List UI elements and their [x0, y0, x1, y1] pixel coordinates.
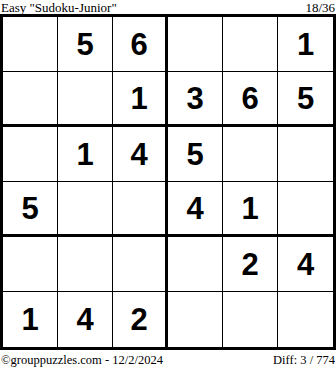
- puzzle-title: Easy "Sudoku-Junior": [1, 1, 117, 14]
- cell-r6c5[interactable]: [223, 292, 278, 347]
- cell-r4c6[interactable]: [278, 182, 333, 237]
- cell-r3c5[interactable]: [223, 127, 278, 182]
- given-digit: 1: [76, 139, 93, 170]
- given-digit: 6: [241, 83, 258, 114]
- footer: ©grouppuzzles.com - 12/2/2024 Diff: 3 / …: [0, 350, 336, 370]
- given-digit: 4: [297, 249, 314, 280]
- given-digit: 4: [130, 139, 147, 170]
- cell-r6c4[interactable]: [168, 292, 223, 347]
- given-digit: 5: [297, 83, 314, 114]
- cell-r3c3[interactable]: 4: [113, 127, 168, 182]
- given-digit: 6: [130, 29, 147, 60]
- given-digit: 1: [130, 83, 147, 114]
- cell-r3c6[interactable]: [278, 127, 333, 182]
- cell-r2c6[interactable]: 5: [278, 72, 333, 127]
- copyright-text: ©grouppuzzles.com - 12/2/2024: [1, 354, 163, 367]
- cell-r3c4[interactable]: 5: [168, 127, 223, 182]
- sudoku-board: 561136514554124142: [0, 14, 336, 350]
- cell-r1c1[interactable]: [3, 17, 58, 72]
- cell-r2c2[interactable]: [58, 72, 113, 127]
- cell-r3c1[interactable]: [3, 127, 58, 182]
- cell-r5c3[interactable]: [113, 237, 168, 292]
- cell-r1c3[interactable]: 6: [113, 17, 168, 72]
- cell-r6c2[interactable]: 4: [58, 292, 113, 347]
- given-digit: 2: [130, 304, 147, 335]
- cell-r2c5[interactable]: 6: [223, 72, 278, 127]
- cell-r2c4[interactable]: 3: [168, 72, 223, 127]
- cell-r1c6[interactable]: 1: [278, 17, 333, 72]
- given-digit: 5: [21, 193, 38, 224]
- header: Easy "Sudoku-Junior" 18/36: [0, 0, 336, 14]
- given-digit: 2: [241, 249, 258, 280]
- given-digit: 1: [297, 29, 314, 60]
- cell-r1c2[interactable]: 5: [58, 17, 113, 72]
- cell-r5c2[interactable]: [58, 237, 113, 292]
- cell-r5c6[interactable]: 4: [278, 237, 333, 292]
- given-digit: 4: [186, 193, 203, 224]
- cell-r5c4[interactable]: [168, 237, 223, 292]
- difficulty-text: Diff: 3 / 774: [273, 354, 335, 367]
- cell-r6c1[interactable]: 1: [3, 292, 58, 347]
- given-digit: 4: [76, 304, 93, 335]
- cell-r5c5[interactable]: 2: [223, 237, 278, 292]
- cell-r6c6[interactable]: [278, 292, 333, 347]
- given-digit: 5: [76, 29, 93, 60]
- givens-counter: 18/36: [305, 1, 335, 14]
- cell-r1c5[interactable]: [223, 17, 278, 72]
- puzzle-page: Easy "Sudoku-Junior" 18/36 5611365145541…: [0, 0, 336, 370]
- cell-r5c1[interactable]: [3, 237, 58, 292]
- cell-r1c4[interactable]: [168, 17, 223, 72]
- cell-r4c5[interactable]: 1: [223, 182, 278, 237]
- cell-r4c2[interactable]: [58, 182, 113, 237]
- cell-r6c3[interactable]: 2: [113, 292, 168, 347]
- given-digit: 5: [186, 139, 203, 170]
- cell-r2c1[interactable]: [3, 72, 58, 127]
- cell-r2c3[interactable]: 1: [113, 72, 168, 127]
- given-digit: 3: [186, 83, 203, 114]
- given-digit: 1: [241, 193, 258, 224]
- cell-r3c2[interactable]: 1: [58, 127, 113, 182]
- cell-r4c4[interactable]: 4: [168, 182, 223, 237]
- given-digit: 1: [21, 304, 38, 335]
- cell-r4c3[interactable]: [113, 182, 168, 237]
- cell-r4c1[interactable]: 5: [3, 182, 58, 237]
